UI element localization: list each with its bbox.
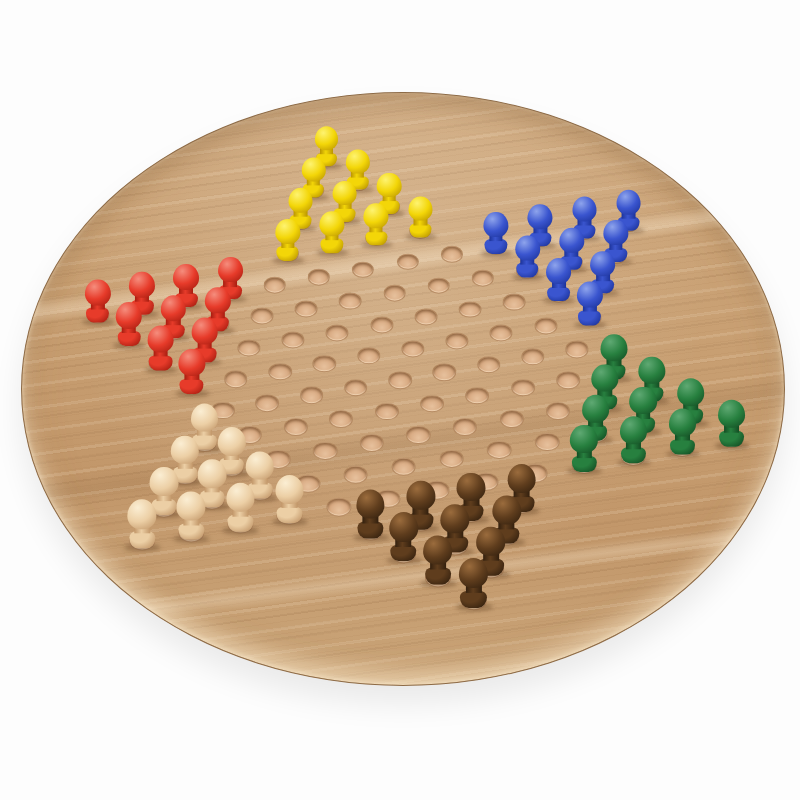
- peg-head: [528, 204, 553, 229]
- hole[interactable]: [357, 348, 380, 365]
- hole[interactable]: [521, 348, 544, 365]
- peg-head: [718, 400, 745, 428]
- hole[interactable]: [535, 433, 559, 451]
- peg-red[interactable]: [116, 302, 143, 346]
- peg-head: [333, 180, 357, 205]
- hole[interactable]: [490, 325, 513, 342]
- peg-head: [128, 500, 157, 529]
- peg-head: [364, 204, 389, 229]
- hole[interactable]: [295, 300, 318, 317]
- peg-yellow[interactable]: [408, 196, 433, 238]
- peg-head: [601, 334, 627, 361]
- hole[interactable]: [446, 332, 469, 349]
- peg-head: [178, 349, 205, 376]
- peg-brown[interactable]: [423, 535, 453, 585]
- hole[interactable]: [414, 309, 437, 326]
- peg-head: [315, 127, 339, 151]
- peg-base: [391, 545, 417, 562]
- peg-base: [149, 355, 173, 370]
- peg-base: [719, 431, 744, 447]
- peg-brown[interactable]: [356, 490, 385, 539]
- peg-blue[interactable]: [515, 235, 541, 277]
- peg-head: [389, 512, 418, 541]
- peg-base: [277, 506, 303, 522]
- hole[interactable]: [329, 410, 353, 428]
- peg-head: [492, 495, 521, 524]
- hole[interactable]: [283, 418, 307, 436]
- peg-red[interactable]: [85, 279, 111, 323]
- peg-base: [227, 515, 253, 531]
- peg-head: [320, 211, 345, 236]
- peg-base: [670, 439, 695, 455]
- peg-head: [507, 464, 535, 493]
- peg-red[interactable]: [178, 349, 205, 394]
- peg-head: [630, 387, 657, 415]
- peg-base: [516, 263, 538, 277]
- hole[interactable]: [359, 434, 383, 452]
- peg-head: [572, 197, 597, 222]
- peg-base: [321, 239, 343, 253]
- peg-base: [117, 331, 140, 346]
- peg-natural[interactable]: [275, 475, 304, 523]
- peg-head: [226, 483, 255, 512]
- peg-base: [547, 287, 570, 302]
- hole[interactable]: [326, 498, 351, 517]
- hole[interactable]: [477, 356, 501, 373]
- peg-head: [346, 150, 370, 174]
- scene: [0, 0, 800, 800]
- peg-head: [620, 417, 648, 445]
- peg-head: [476, 526, 505, 556]
- hole[interactable]: [250, 308, 273, 325]
- hole[interactable]: [388, 371, 412, 389]
- hole[interactable]: [441, 246, 463, 262]
- peg-head: [590, 251, 615, 277]
- peg-blue[interactable]: [483, 212, 508, 254]
- peg-head: [246, 451, 274, 480]
- hole[interactable]: [313, 442, 338, 460]
- peg-head: [171, 435, 199, 463]
- peg-head: [302, 157, 326, 181]
- peg-yellow[interactable]: [275, 219, 300, 261]
- hole[interactable]: [511, 379, 535, 397]
- hole[interactable]: [391, 458, 416, 476]
- peg-head: [160, 295, 186, 321]
- peg-head: [638, 357, 665, 384]
- peg-head: [408, 196, 433, 221]
- hole[interactable]: [401, 340, 424, 357]
- peg-natural[interactable]: [127, 500, 156, 549]
- hole[interactable]: [557, 371, 581, 389]
- peg-head: [173, 264, 198, 290]
- peg-green[interactable]: [619, 417, 647, 464]
- peg-base: [365, 231, 387, 245]
- peg-head: [192, 318, 218, 345]
- peg-head: [147, 326, 173, 353]
- hole[interactable]: [500, 410, 524, 428]
- peg-head: [288, 188, 312, 213]
- peg-green[interactable]: [718, 400, 746, 446]
- peg-head: [678, 378, 705, 405]
- peg-head: [177, 491, 206, 520]
- peg-head: [116, 302, 142, 328]
- hole[interactable]: [487, 441, 512, 459]
- peg-head: [616, 190, 640, 215]
- peg-base: [129, 532, 155, 549]
- peg-base: [621, 448, 646, 464]
- peg-head: [546, 258, 571, 284]
- board-cells: [0, 0, 800, 800]
- peg-blue[interactable]: [546, 258, 572, 301]
- peg-head: [592, 364, 619, 391]
- peg-head: [441, 504, 470, 533]
- hole[interactable]: [453, 418, 477, 436]
- peg-head: [377, 173, 401, 198]
- peg-head: [559, 228, 584, 253]
- peg-head: [407, 481, 436, 510]
- hole[interactable]: [534, 317, 557, 334]
- hole[interactable]: [300, 387, 324, 405]
- peg-base: [358, 522, 384, 538]
- peg-base: [86, 308, 109, 323]
- hole[interactable]: [237, 339, 260, 356]
- hole[interactable]: [224, 370, 248, 388]
- hole[interactable]: [344, 379, 368, 397]
- hole[interactable]: [326, 324, 349, 341]
- hole[interactable]: [439, 450, 464, 468]
- hole[interactable]: [268, 363, 292, 380]
- peg-yellow[interactable]: [319, 211, 344, 253]
- hole[interactable]: [370, 316, 393, 333]
- hole[interactable]: [343, 466, 368, 484]
- peg-red[interactable]: [147, 326, 174, 371]
- hole[interactable]: [459, 301, 482, 318]
- peg-base: [425, 568, 451, 585]
- hole[interactable]: [255, 394, 279, 412]
- hole[interactable]: [546, 402, 570, 420]
- peg-base: [409, 223, 431, 237]
- hole[interactable]: [352, 261, 374, 278]
- peg-head: [582, 395, 609, 423]
- peg-head: [218, 257, 243, 283]
- peg-base: [180, 378, 204, 393]
- peg-head: [423, 535, 452, 565]
- hole[interactable]: [503, 293, 526, 310]
- peg-green[interactable]: [668, 408, 696, 455]
- hole[interactable]: [383, 285, 406, 302]
- peg-base: [277, 246, 299, 260]
- hole[interactable]: [565, 341, 588, 358]
- peg-base: [460, 591, 487, 608]
- peg-yellow[interactable]: [364, 204, 389, 246]
- peg-head: [129, 272, 155, 298]
- peg-head: [85, 279, 111, 305]
- peg-head: [459, 558, 489, 588]
- peg-head: [570, 425, 598, 453]
- hole[interactable]: [308, 269, 330, 286]
- hole[interactable]: [406, 426, 430, 444]
- peg-base: [485, 239, 507, 253]
- peg-base: [578, 310, 601, 325]
- peg-head: [198, 459, 226, 488]
- hole[interactable]: [282, 332, 305, 349]
- hole[interactable]: [375, 403, 399, 421]
- peg-natural[interactable]: [177, 491, 206, 540]
- peg-base: [178, 523, 204, 539]
- peg-head: [191, 404, 218, 432]
- peg-green[interactable]: [570, 425, 598, 472]
- hole[interactable]: [396, 254, 418, 270]
- peg-head: [457, 473, 485, 502]
- peg-natural[interactable]: [226, 483, 255, 531]
- hole[interactable]: [465, 387, 489, 405]
- hole[interactable]: [428, 277, 451, 294]
- hole[interactable]: [432, 364, 456, 381]
- hole[interactable]: [420, 395, 444, 413]
- hole[interactable]: [339, 293, 362, 310]
- hole[interactable]: [313, 355, 336, 372]
- peg-head: [218, 427, 246, 455]
- peg-head: [205, 287, 231, 313]
- hole[interactable]: [472, 270, 494, 287]
- peg-base: [572, 456, 597, 472]
- peg-head: [577, 282, 603, 308]
- peg-head: [669, 408, 696, 436]
- peg-head: [515, 235, 540, 260]
- peg-head: [275, 219, 300, 244]
- hole[interactable]: [263, 277, 286, 294]
- peg-brown[interactable]: [459, 558, 489, 608]
- peg-blue[interactable]: [577, 282, 603, 326]
- peg-head: [603, 220, 628, 245]
- peg-head: [275, 475, 303, 504]
- peg-head: [356, 490, 385, 519]
- peg-head: [150, 467, 178, 496]
- peg-brown[interactable]: [389, 512, 419, 561]
- peg-head: [484, 212, 509, 237]
